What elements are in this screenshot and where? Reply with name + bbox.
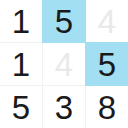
cell-r1c2[interactable]: 5	[86, 43, 128, 85]
cell-r2c1[interactable]: 3	[43, 86, 85, 128]
cell-r1c1[interactable]: 4	[43, 43, 85, 85]
cell-r2c0[interactable]: 5	[0, 86, 42, 128]
cell-r1c0[interactable]: 1	[0, 43, 42, 85]
cell-r0c1[interactable]: 5	[43, 0, 85, 42]
cell-r2c2[interactable]: 8	[86, 86, 128, 128]
cell-r0c0[interactable]: 1	[0, 0, 42, 42]
number-match-board: 1 5 4 1 4 5 5 3 8	[0, 0, 128, 128]
cell-r0c2[interactable]: 4	[86, 0, 128, 42]
